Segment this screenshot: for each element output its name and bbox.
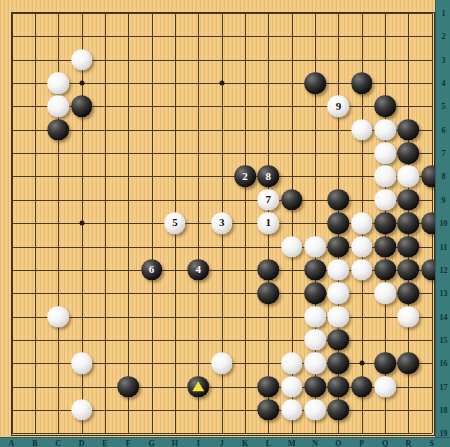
column-label-B: B	[32, 439, 37, 447]
black-stone-P4	[351, 72, 373, 94]
white-stone-N18	[304, 399, 326, 421]
column-label-I: I	[197, 439, 200, 447]
black-stone-N13	[304, 282, 326, 304]
white-stone-J10: 3	[211, 212, 233, 234]
row-label-2: 2	[442, 32, 446, 41]
black-stone-L13	[258, 282, 280, 304]
white-stone-R14	[398, 306, 420, 328]
column-label-R: R	[406, 439, 412, 447]
black-stone-C6	[47, 119, 69, 141]
row-label-7: 7	[442, 149, 446, 158]
white-stone-L10: 1	[258, 212, 280, 234]
column-coordinate-strip: ABCDEFGHIJKLMNOPQRS	[0, 437, 450, 447]
column-label-N: N	[312, 439, 318, 447]
column-label-H: H	[172, 439, 178, 447]
black-stone-R11	[398, 236, 420, 258]
black-stone-R10	[398, 212, 420, 234]
move-number-label: 9	[336, 101, 342, 112]
black-stone-R13	[398, 282, 420, 304]
column-label-S: S	[430, 439, 434, 447]
white-stone-O12	[328, 259, 350, 281]
black-stone-O9	[328, 189, 350, 211]
star-point	[359, 361, 364, 366]
triangle-mark-icon	[192, 382, 204, 392]
star-point	[79, 81, 84, 86]
white-stone-M11	[281, 236, 303, 258]
white-stone-Q7	[374, 142, 396, 164]
column-label-J: J	[220, 439, 224, 447]
row-label-13: 13	[440, 289, 448, 298]
black-stone-F17	[118, 376, 140, 398]
column-label-E: E	[102, 439, 107, 447]
white-stone-H10: 5	[164, 212, 186, 234]
row-label-4: 4	[442, 79, 446, 88]
white-stone-N16	[304, 353, 326, 375]
column-label-M: M	[288, 439, 296, 447]
row-label-3: 3	[442, 55, 446, 64]
row-label-12: 12	[440, 265, 448, 274]
star-point	[219, 81, 224, 86]
column-label-C: C	[55, 439, 61, 447]
white-stone-D16	[71, 353, 93, 375]
black-stone-R16	[398, 353, 420, 375]
row-label-11: 11	[440, 242, 448, 251]
black-stone-Q5	[374, 96, 396, 118]
black-stone-D5	[71, 96, 93, 118]
star-point	[79, 221, 84, 226]
column-label-Q: Q	[382, 439, 388, 447]
white-stone-Q9	[374, 189, 396, 211]
white-stone-P12	[351, 259, 373, 281]
black-stone-O15	[328, 329, 350, 351]
white-stone-C5	[47, 96, 69, 118]
move-number-label: 1	[266, 218, 272, 229]
row-label-10: 10	[440, 219, 448, 228]
white-stone-Q13	[374, 282, 396, 304]
white-stone-O14	[328, 306, 350, 328]
black-stone-Q16	[374, 353, 396, 375]
grid-line-vertical	[245, 13, 246, 433]
black-stone-R12	[398, 259, 420, 281]
black-stone-O10	[328, 212, 350, 234]
grid-line-horizontal	[12, 340, 432, 341]
black-stone-L17	[258, 376, 280, 398]
white-stone-R8	[398, 166, 420, 188]
black-stone-Q10	[374, 212, 396, 234]
white-stone-N14	[304, 306, 326, 328]
white-stone-D3	[71, 49, 93, 71]
column-label-F: F	[126, 439, 131, 447]
white-stone-C14	[47, 306, 69, 328]
column-label-D: D	[79, 439, 85, 447]
move-number-label: 2	[242, 171, 248, 182]
row-label-8: 8	[442, 172, 446, 181]
grid-line-horizontal	[12, 433, 432, 434]
black-stone-N12	[304, 259, 326, 281]
black-stone-N4	[304, 72, 326, 94]
black-stone-P17	[351, 376, 373, 398]
move-number-label: 3	[219, 218, 225, 229]
white-stone-M18	[281, 399, 303, 421]
move-number-label: 6	[149, 264, 155, 275]
white-stone-D18	[71, 399, 93, 421]
row-label-14: 14	[440, 312, 448, 321]
black-stone-R9	[398, 189, 420, 211]
row-label-5: 5	[442, 102, 446, 111]
black-stone-Q11	[374, 236, 396, 258]
white-stone-P11	[351, 236, 373, 258]
white-stone-N11	[304, 236, 326, 258]
grid-line-horizontal	[12, 293, 432, 294]
move-number-label: 7	[266, 194, 272, 205]
black-stone-I17	[188, 376, 210, 398]
black-stone-O11	[328, 236, 350, 258]
black-stone-M9	[281, 189, 303, 211]
black-stone-O16	[328, 353, 350, 375]
row-label-16: 16	[440, 359, 448, 368]
row-label-15: 15	[440, 335, 448, 344]
row-coordinate-strip: 12345678910111213141516171819	[435, 0, 450, 437]
column-label-K: K	[242, 439, 248, 447]
black-stone-O18	[328, 399, 350, 421]
white-stone-Q17	[374, 376, 396, 398]
white-stone-N15	[304, 329, 326, 351]
white-stone-C4	[47, 72, 69, 94]
go-game-screenshot: 928753164 12345678910111213141516171819 …	[0, 0, 450, 447]
white-stone-Q8	[374, 166, 396, 188]
black-stone-I12: 4	[188, 259, 210, 281]
row-label-17: 17	[440, 382, 448, 391]
white-stone-Q6	[374, 119, 396, 141]
black-stone-R6	[398, 119, 420, 141]
row-label-18: 18	[440, 405, 448, 414]
move-number-label: 5	[172, 218, 178, 229]
move-number-label: 4	[196, 264, 202, 275]
black-stone-R7	[398, 142, 420, 164]
black-stone-G12: 6	[141, 259, 163, 281]
white-stone-P6	[351, 119, 373, 141]
column-label-A: A	[9, 439, 15, 447]
column-label-P: P	[359, 439, 364, 447]
white-stone-O13	[328, 282, 350, 304]
black-stone-L18	[258, 399, 280, 421]
white-stone-M16	[281, 353, 303, 375]
white-stone-J16	[211, 353, 233, 375]
black-stone-K8: 2	[234, 166, 256, 188]
row-label-9: 9	[442, 195, 446, 204]
row-label-1: 1	[442, 9, 446, 18]
black-stone-Q12	[374, 259, 396, 281]
white-stone-M17	[281, 376, 303, 398]
white-stone-P10	[351, 212, 373, 234]
white-stone-L9: 7	[258, 189, 280, 211]
black-stone-L8: 8	[258, 166, 280, 188]
move-number-label: 8	[266, 171, 272, 182]
black-stone-O17	[328, 376, 350, 398]
column-label-L: L	[266, 439, 271, 447]
black-stone-N17	[304, 376, 326, 398]
white-stone-O5: 9	[328, 96, 350, 118]
row-label-6: 6	[442, 125, 446, 134]
black-stone-L12	[258, 259, 280, 281]
grid-line-horizontal	[12, 317, 432, 318]
column-label-O: O	[335, 439, 341, 447]
column-label-G: G	[148, 439, 154, 447]
go-board[interactable]: 928753164	[0, 0, 435, 437]
